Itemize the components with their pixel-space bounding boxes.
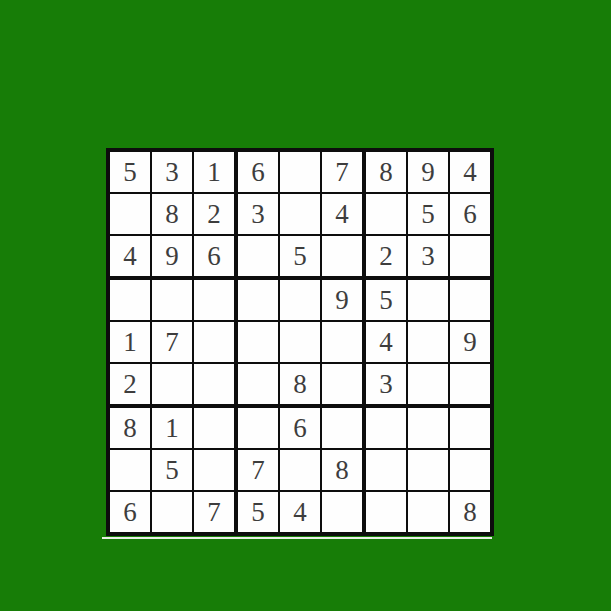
- cell-r3c1[interactable]: 4: [110, 236, 152, 280]
- given-digit: 2: [123, 371, 137, 398]
- given-digit: 7: [335, 159, 349, 186]
- given-digit: 9: [335, 287, 349, 314]
- cell-r3c4[interactable]: [238, 236, 280, 280]
- cell-r6c6[interactable]: [322, 364, 366, 408]
- given-digit: 9: [463, 329, 477, 356]
- cell-r3c7[interactable]: 2: [366, 236, 408, 280]
- cell-r9c9[interactable]: 8: [450, 492, 490, 532]
- cell-r8c5[interactable]: [280, 450, 322, 492]
- cell-r7c5[interactable]: 6: [280, 408, 322, 450]
- cell-r1c4[interactable]: 6: [238, 152, 280, 194]
- board-shadow-line: [102, 537, 492, 539]
- given-digit: 8: [123, 415, 137, 442]
- cell-r2c7[interactable]: [366, 194, 408, 236]
- given-digit: 5: [379, 287, 393, 314]
- cell-r5c1[interactable]: 1: [110, 322, 152, 364]
- given-digit: 5: [165, 457, 179, 484]
- cell-r1c3[interactable]: 1: [194, 152, 238, 194]
- cell-r9c8[interactable]: [408, 492, 450, 532]
- given-digit: 6: [207, 243, 221, 270]
- given-digit: 2: [207, 201, 221, 228]
- cell-r4c1[interactable]: [110, 280, 152, 322]
- cell-r1c1[interactable]: 5: [110, 152, 152, 194]
- cell-r7c2[interactable]: 1: [152, 408, 194, 450]
- cell-r8c8[interactable]: [408, 450, 450, 492]
- cell-r1c6[interactable]: 7: [322, 152, 366, 194]
- given-digit: 5: [421, 201, 435, 228]
- given-digit: 3: [165, 159, 179, 186]
- cell-r9c1[interactable]: 6: [110, 492, 152, 532]
- cell-r4c5[interactable]: [280, 280, 322, 322]
- cell-r5c9[interactable]: 9: [450, 322, 490, 364]
- given-digit: 3: [251, 201, 265, 228]
- cell-r1c9[interactable]: 4: [450, 152, 490, 194]
- given-digit: 1: [207, 159, 221, 186]
- cell-r8c2[interactable]: 5: [152, 450, 194, 492]
- cell-r2c5[interactable]: [280, 194, 322, 236]
- given-digit: 9: [165, 243, 179, 270]
- cell-r7c3[interactable]: [194, 408, 238, 450]
- cell-r5c4[interactable]: [238, 322, 280, 364]
- cell-r2c8[interactable]: 5: [408, 194, 450, 236]
- given-digit: 4: [379, 329, 393, 356]
- cell-r5c2[interactable]: 7: [152, 322, 194, 364]
- cell-r4c6[interactable]: 9: [322, 280, 366, 322]
- cell-r9c6[interactable]: [322, 492, 366, 532]
- cell-r6c3[interactable]: [194, 364, 238, 408]
- given-digit: 4: [123, 243, 137, 270]
- given-digit: 1: [165, 415, 179, 442]
- given-digit: 7: [207, 499, 221, 526]
- cell-r4c9[interactable]: [450, 280, 490, 322]
- given-digit: 6: [123, 499, 137, 526]
- cell-r7c9[interactable]: [450, 408, 490, 450]
- cell-r3c3[interactable]: 6: [194, 236, 238, 280]
- cell-r2c3[interactable]: 2: [194, 194, 238, 236]
- given-digit: 8: [335, 457, 349, 484]
- cell-r9c3[interactable]: 7: [194, 492, 238, 532]
- cell-r6c1[interactable]: 2: [110, 364, 152, 408]
- given-digit: 4: [293, 499, 307, 526]
- cell-r1c2[interactable]: 3: [152, 152, 194, 194]
- given-digit: 1: [123, 329, 137, 356]
- given-digit: 3: [421, 243, 435, 270]
- cell-r6c2[interactable]: [152, 364, 194, 408]
- given-digit: 5: [293, 243, 307, 270]
- cell-r8c9[interactable]: [450, 450, 490, 492]
- cell-r3c6[interactable]: [322, 236, 366, 280]
- cell-r7c4[interactable]: [238, 408, 280, 450]
- cell-r5c7[interactable]: 4: [366, 322, 408, 364]
- cell-r5c8[interactable]: [408, 322, 450, 364]
- given-digit: 4: [335, 201, 349, 228]
- given-digit: 8: [463, 499, 477, 526]
- cell-r4c3[interactable]: [194, 280, 238, 322]
- cell-r1c5[interactable]: [280, 152, 322, 194]
- cell-r6c7[interactable]: 3: [366, 364, 408, 408]
- cell-r9c2[interactable]: [152, 492, 194, 532]
- given-digit: 8: [379, 159, 393, 186]
- cell-r4c4[interactable]: [238, 280, 280, 322]
- cell-r5c5[interactable]: [280, 322, 322, 364]
- given-digit: 5: [123, 159, 137, 186]
- given-digit: 5: [251, 499, 265, 526]
- given-digit: 4: [463, 159, 477, 186]
- cell-r3c2[interactable]: 9: [152, 236, 194, 280]
- cell-r6c5[interactable]: 8: [280, 364, 322, 408]
- sudoku-board: 5316789482345649652395174928381657867548: [106, 148, 494, 536]
- cell-r7c8[interactable]: [408, 408, 450, 450]
- given-digit: 6: [463, 201, 477, 228]
- given-digit: 7: [251, 457, 265, 484]
- cell-r2c4[interactable]: 3: [238, 194, 280, 236]
- cell-r2c9[interactable]: 6: [450, 194, 490, 236]
- cell-r8c3[interactable]: [194, 450, 238, 492]
- page-background: 5316789482345649652395174928381657867548: [0, 0, 611, 611]
- given-digit: 2: [379, 243, 393, 270]
- cell-r8c6[interactable]: 8: [322, 450, 366, 492]
- cell-r4c8[interactable]: [408, 280, 450, 322]
- cell-r4c2[interactable]: [152, 280, 194, 322]
- cell-r5c6[interactable]: [322, 322, 366, 364]
- cell-r6c9[interactable]: [450, 364, 490, 408]
- cell-r6c4[interactable]: [238, 364, 280, 408]
- cell-r8c7[interactable]: [366, 450, 408, 492]
- given-digit: 3: [379, 371, 393, 398]
- cell-r7c7[interactable]: [366, 408, 408, 450]
- cell-r9c4[interactable]: 5: [238, 492, 280, 532]
- cell-r3c5[interactable]: 5: [280, 236, 322, 280]
- cell-r8c1[interactable]: [110, 450, 152, 492]
- given-digit: 9: [421, 159, 435, 186]
- cell-r7c1[interactable]: 8: [110, 408, 152, 450]
- given-digit: 7: [165, 329, 179, 356]
- given-digit: 8: [293, 371, 307, 398]
- cell-r7c6[interactable]: [322, 408, 366, 450]
- cell-r3c8[interactable]: 3: [408, 236, 450, 280]
- cell-r1c8[interactable]: 9: [408, 152, 450, 194]
- cell-r8c4[interactable]: 7: [238, 450, 280, 492]
- cell-r2c6[interactable]: 4: [322, 194, 366, 236]
- cell-r6c8[interactable]: [408, 364, 450, 408]
- given-digit: 8: [165, 201, 179, 228]
- cell-r5c3[interactable]: [194, 322, 238, 364]
- cell-r2c2[interactable]: 8: [152, 194, 194, 236]
- given-digit: 6: [293, 415, 307, 442]
- given-digit: 6: [251, 159, 265, 186]
- cell-r1c7[interactable]: 8: [366, 152, 408, 194]
- cell-r2c1[interactable]: [110, 194, 152, 236]
- cell-r9c5[interactable]: 4: [280, 492, 322, 532]
- cell-r4c7[interactable]: 5: [366, 280, 408, 322]
- cell-r3c9[interactable]: [450, 236, 490, 280]
- cell-r9c7[interactable]: [366, 492, 408, 532]
